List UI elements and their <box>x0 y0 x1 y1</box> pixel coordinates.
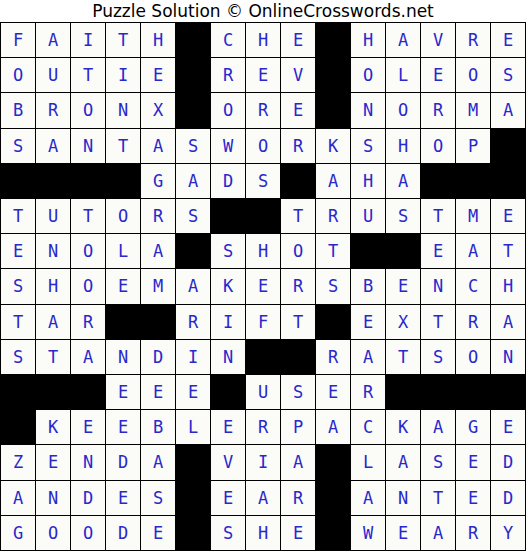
letter-cell: A <box>491 305 525 339</box>
letter-cell: A <box>246 481 280 515</box>
letter-cell: T <box>106 129 140 163</box>
letter-cell: S <box>1 340 35 374</box>
block-cell <box>141 305 175 339</box>
letter-cell: T <box>281 199 315 233</box>
letter-cell: T <box>421 305 455 339</box>
page-title: Puzzle Solution © OnlineCrosswords.net <box>0 0 526 22</box>
letter-cell: A <box>316 410 350 444</box>
letter-cell: A <box>71 340 105 374</box>
letter-cell: L <box>106 234 140 268</box>
block-cell <box>211 199 245 233</box>
letter-cell: O <box>456 340 490 374</box>
letter-cell: C <box>211 23 245 57</box>
letter-cell: T <box>316 234 350 268</box>
block-cell <box>316 305 350 339</box>
block-cell <box>106 305 140 339</box>
letter-cell: H <box>386 129 420 163</box>
letter-cell: S <box>211 516 245 550</box>
letter-cell: S <box>141 481 175 515</box>
letter-cell: S <box>421 340 455 374</box>
block-cell <box>71 164 105 198</box>
letter-cell: T <box>421 199 455 233</box>
letter-cell: A <box>141 129 175 163</box>
block-cell <box>176 23 210 57</box>
letter-cell: E <box>36 445 70 479</box>
letter-cell: E <box>141 516 175 550</box>
letter-cell: O <box>421 129 455 163</box>
letter-cell: H <box>491 269 525 303</box>
block-cell <box>386 234 420 268</box>
letter-cell: K <box>316 129 350 163</box>
letter-cell: U <box>36 58 70 92</box>
letter-cell: R <box>316 199 350 233</box>
letter-cell: E <box>351 305 385 339</box>
block-cell <box>316 93 350 127</box>
letter-cell: D <box>141 340 175 374</box>
block-cell <box>1 164 35 198</box>
letter-cell: I <box>71 23 105 57</box>
block-cell <box>281 340 315 374</box>
letter-cell: O <box>71 93 105 127</box>
block-cell <box>176 234 210 268</box>
letter-cell: D <box>211 164 245 198</box>
letter-cell: O <box>386 93 420 127</box>
letter-cell: C <box>456 269 490 303</box>
letter-cell: N <box>71 445 105 479</box>
letter-cell: A <box>1 481 35 515</box>
letter-cell: E <box>281 516 315 550</box>
letter-cell: T <box>106 23 140 57</box>
letter-cell: A <box>386 23 420 57</box>
block-cell <box>36 375 70 409</box>
letter-cell: W <box>211 129 245 163</box>
letter-cell: E <box>386 269 420 303</box>
block-cell <box>281 164 315 198</box>
letter-cell: A <box>281 445 315 479</box>
block-cell <box>316 481 350 515</box>
letter-cell: R <box>281 129 315 163</box>
block-cell <box>176 481 210 515</box>
letter-cell: D <box>106 445 140 479</box>
letter-cell: O <box>71 269 105 303</box>
block-cell <box>421 164 455 198</box>
letter-cell: E <box>246 269 280 303</box>
block-cell <box>491 129 525 163</box>
letter-cell: A <box>351 340 385 374</box>
letter-cell: P <box>281 410 315 444</box>
letter-cell: E <box>141 58 175 92</box>
letter-cell: E <box>456 481 490 515</box>
letter-cell: T <box>421 481 455 515</box>
letter-cell: N <box>36 481 70 515</box>
letter-cell: N <box>491 340 525 374</box>
letter-cell: S <box>316 269 350 303</box>
letter-cell: E <box>71 410 105 444</box>
letter-cell: R <box>211 58 245 92</box>
letter-cell: O <box>71 516 105 550</box>
letter-cell: S <box>246 164 280 198</box>
letter-cell: B <box>351 269 385 303</box>
letter-cell: R <box>456 516 490 550</box>
letter-cell: E <box>211 481 245 515</box>
letter-cell: E <box>386 516 420 550</box>
letter-cell: S <box>421 445 455 479</box>
letter-cell: Z <box>1 445 35 479</box>
letter-cell: U <box>246 375 280 409</box>
letter-cell: T <box>36 340 70 374</box>
letter-cell: H <box>351 164 385 198</box>
block-cell <box>246 340 280 374</box>
letter-cell: S <box>176 199 210 233</box>
letter-cell: A <box>141 234 175 268</box>
letter-cell: V <box>421 23 455 57</box>
letter-cell: T <box>281 305 315 339</box>
block-cell <box>211 375 245 409</box>
letter-cell: C <box>351 410 385 444</box>
letter-cell: O <box>246 129 280 163</box>
letter-cell: V <box>281 58 315 92</box>
letter-cell: D <box>71 481 105 515</box>
letter-cell: D <box>491 445 525 479</box>
letter-cell: G <box>141 164 175 198</box>
letter-cell: K <box>36 410 70 444</box>
letter-cell: L <box>176 410 210 444</box>
letter-cell: H <box>36 269 70 303</box>
block-cell <box>491 375 525 409</box>
letter-cell: U <box>36 199 70 233</box>
letter-cell: R <box>421 93 455 127</box>
block-cell <box>246 199 280 233</box>
letter-cell: H <box>246 234 280 268</box>
letter-cell: I <box>211 305 245 339</box>
letter-cell: E <box>281 23 315 57</box>
block-cell <box>1 375 35 409</box>
block-cell <box>36 164 70 198</box>
letter-cell: A <box>36 23 70 57</box>
letter-cell: H <box>351 23 385 57</box>
letter-cell: R <box>246 93 280 127</box>
letter-cell: R <box>71 305 105 339</box>
letter-cell: E <box>246 58 280 92</box>
letter-cell: S <box>386 199 420 233</box>
block-cell <box>176 445 210 479</box>
letter-cell: S <box>176 129 210 163</box>
letter-cell: T <box>386 340 420 374</box>
letter-cell: K <box>386 410 420 444</box>
letter-cell: U <box>351 199 385 233</box>
letter-cell: A <box>421 410 455 444</box>
letter-cell: A <box>456 234 490 268</box>
letter-cell: T <box>71 58 105 92</box>
block-cell <box>106 164 140 198</box>
letter-cell: R <box>456 23 490 57</box>
letter-cell: A <box>491 93 525 127</box>
letter-cell: A <box>176 269 210 303</box>
block-cell <box>71 375 105 409</box>
letter-cell: T <box>1 199 35 233</box>
letter-cell: N <box>351 93 385 127</box>
letter-cell: S <box>1 129 35 163</box>
block-cell <box>316 23 350 57</box>
letter-cell: X <box>141 93 175 127</box>
letter-cell: E <box>421 58 455 92</box>
letter-cell: L <box>351 445 385 479</box>
block-cell <box>316 58 350 92</box>
letter-cell: E <box>1 234 35 268</box>
letter-cell: S <box>491 58 525 92</box>
letter-cell: A <box>36 305 70 339</box>
letter-cell: O <box>36 516 70 550</box>
letter-cell: R <box>316 340 350 374</box>
letter-cell: G <box>456 410 490 444</box>
letter-cell: E <box>456 445 490 479</box>
letter-cell: I <box>246 445 280 479</box>
letter-cell: R <box>176 305 210 339</box>
puzzle-solution-image: Puzzle Solution © OnlineCrosswords.net F… <box>0 0 526 551</box>
block-cell <box>1 410 35 444</box>
block-cell <box>176 58 210 92</box>
letter-cell: N <box>106 340 140 374</box>
letter-cell: M <box>456 93 490 127</box>
letter-cell: N <box>36 234 70 268</box>
letter-cell: E <box>141 375 175 409</box>
letter-cell: B <box>1 93 35 127</box>
letter-cell: E <box>176 375 210 409</box>
letter-cell: E <box>421 234 455 268</box>
letter-cell: D <box>106 516 140 550</box>
block-cell <box>351 234 385 268</box>
letter-cell: R <box>246 410 280 444</box>
letter-cell: M <box>456 199 490 233</box>
letter-cell: F <box>1 23 35 57</box>
letter-cell: V <box>211 445 245 479</box>
letter-cell: D <box>491 481 525 515</box>
letter-cell: O <box>106 199 140 233</box>
letter-cell: M <box>141 269 175 303</box>
letter-cell: T <box>491 234 525 268</box>
letter-cell: T <box>1 305 35 339</box>
letter-cell: R <box>141 199 175 233</box>
block-cell <box>316 445 350 479</box>
block-cell <box>176 93 210 127</box>
block-cell <box>456 164 490 198</box>
letter-cell: H <box>141 23 175 57</box>
letter-cell: R <box>36 93 70 127</box>
letter-cell: N <box>421 269 455 303</box>
block-cell <box>386 375 420 409</box>
letter-cell: N <box>386 481 420 515</box>
letter-cell: R <box>281 481 315 515</box>
block-cell <box>176 516 210 550</box>
letter-cell: R <box>456 305 490 339</box>
letter-cell: N <box>71 129 105 163</box>
letter-cell: B <box>141 410 175 444</box>
letter-cell: A <box>316 164 350 198</box>
letter-cell: A <box>351 481 385 515</box>
letter-cell: O <box>1 58 35 92</box>
letter-cell: S <box>281 375 315 409</box>
letter-cell: P <box>456 129 490 163</box>
letter-cell: S <box>211 234 245 268</box>
letter-cell: W <box>351 516 385 550</box>
letter-cell: G <box>1 516 35 550</box>
letter-cell: E <box>491 23 525 57</box>
letter-cell: O <box>456 58 490 92</box>
letter-cell: K <box>211 269 245 303</box>
letter-cell: R <box>281 269 315 303</box>
letter-cell: N <box>106 93 140 127</box>
letter-cell: A <box>36 129 70 163</box>
letter-cell: O <box>351 58 385 92</box>
letter-cell: A <box>386 445 420 479</box>
block-cell <box>456 375 490 409</box>
letter-cell: E <box>106 410 140 444</box>
letter-cell: Y <box>491 516 525 550</box>
block-cell <box>316 516 350 550</box>
block-cell <box>421 375 455 409</box>
letter-cell: E <box>106 481 140 515</box>
letter-cell: I <box>106 58 140 92</box>
letter-cell: E <box>491 410 525 444</box>
letter-cell: O <box>211 93 245 127</box>
letter-cell: E <box>106 269 140 303</box>
letter-cell: N <box>211 340 245 374</box>
letter-cell: A <box>176 164 210 198</box>
letter-cell: I <box>176 340 210 374</box>
letter-cell: E <box>491 199 525 233</box>
letter-cell: A <box>386 164 420 198</box>
letter-cell: H <box>246 516 280 550</box>
letter-cell: H <box>246 23 280 57</box>
crossword-grid: FAITHCHEHAVREOUTIEREVOLEOSBRONXORENORMAS… <box>0 22 526 551</box>
letter-cell: L <box>386 58 420 92</box>
letter-cell: X <box>386 305 420 339</box>
letter-cell: E <box>281 93 315 127</box>
letter-cell: R <box>351 375 385 409</box>
letter-cell: O <box>281 234 315 268</box>
letter-cell: O <box>71 234 105 268</box>
letter-cell: F <box>246 305 280 339</box>
letter-cell: S <box>1 269 35 303</box>
letter-cell: A <box>141 445 175 479</box>
letter-cell: E <box>211 410 245 444</box>
letter-cell: A <box>421 516 455 550</box>
letter-cell: T <box>71 199 105 233</box>
letter-cell: S <box>351 129 385 163</box>
block-cell <box>491 164 525 198</box>
letter-cell: E <box>106 375 140 409</box>
letter-cell: E <box>316 375 350 409</box>
